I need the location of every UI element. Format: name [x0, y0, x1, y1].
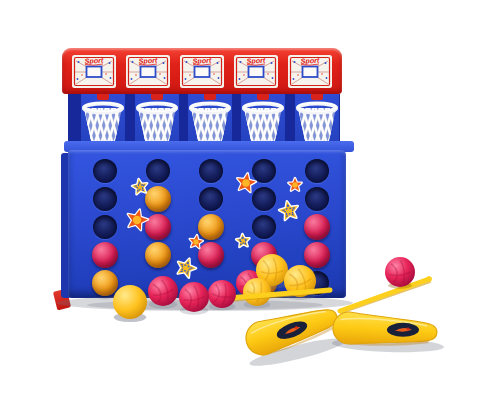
launcher-arm-right — [340, 276, 432, 313]
launcher-right — [332, 311, 438, 349]
loose-ball-pink — [208, 280, 236, 308]
launcher-sticker — [387, 323, 419, 337]
loose-ball-yellow — [113, 285, 147, 319]
loose-ball-yellow — [243, 278, 271, 306]
catapult-ball — [385, 257, 415, 287]
loose-ball-pink — [179, 282, 209, 312]
launchers-and-loose-balls — [0, 0, 500, 400]
product-photo-scene: Sport Sport Sport — [0, 0, 500, 400]
loose-ball-pink — [148, 276, 178, 306]
